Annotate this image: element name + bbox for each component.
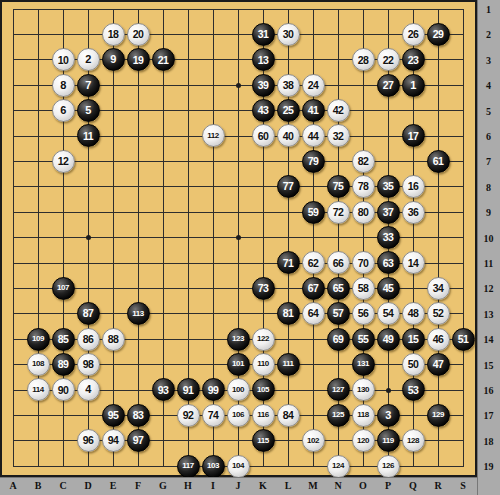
board-point-K3[interactable]: 13 <box>251 47 276 72</box>
board-point-P3[interactable]: 22 <box>376 47 401 72</box>
stone-white-90: 90 <box>52 378 75 401</box>
board-point-J16[interactable]: 100 <box>226 377 251 402</box>
board-point-D15[interactable]: 98 <box>76 352 101 377</box>
row-label-12: 12 <box>478 283 499 294</box>
board-point-K2[interactable]: 31 <box>251 22 276 47</box>
board-point-O14[interactable]: 55 <box>351 326 376 351</box>
move-number: 9 <box>110 54 116 65</box>
move-number: 56 <box>358 308 369 319</box>
row-label-19: 19 <box>478 461 499 472</box>
stone-white-114: 114 <box>27 378 50 401</box>
move-number: 38 <box>283 80 294 91</box>
board-point-D14[interactable]: 86 <box>76 326 101 351</box>
board-point-R14[interactable]: 46 <box>426 326 451 351</box>
board-point-M9[interactable]: 59 <box>301 199 326 224</box>
stone-black-91: 91 <box>177 378 200 401</box>
move-number: 93 <box>158 385 169 396</box>
stone-black-109: 109 <box>27 328 50 351</box>
move-number: 131 <box>357 360 369 368</box>
board-point-S14[interactable]: 51 <box>451 326 476 351</box>
move-number: 120 <box>357 437 369 445</box>
board-point-O17[interactable]: 118 <box>351 403 376 428</box>
board-point-L13[interactable]: 81 <box>276 301 301 326</box>
board-point-K5[interactable]: 43 <box>251 98 276 123</box>
stone-black-55: 55 <box>352 328 375 351</box>
board-point-F17[interactable]: 83 <box>126 403 151 428</box>
move-number: 99 <box>208 385 219 396</box>
board-point-E2[interactable]: 18 <box>101 22 126 47</box>
board-point-C5[interactable]: 6 <box>51 98 76 123</box>
stone-black-83: 83 <box>127 404 150 427</box>
stone-black-13: 13 <box>252 48 275 71</box>
stone-white-98: 98 <box>77 353 100 376</box>
move-number: 25 <box>283 105 294 116</box>
move-number: 117 <box>182 462 193 470</box>
stone-black-119: 119 <box>377 429 400 452</box>
stone-white-112: 112 <box>202 124 225 147</box>
board-point-H16[interactable]: 91 <box>176 377 201 402</box>
stone-white-8: 8 <box>52 74 75 97</box>
stone-black-47: 47 <box>427 353 450 376</box>
board-point-L4[interactable]: 38 <box>276 72 301 97</box>
board-point-Q6[interactable]: 17 <box>401 123 426 148</box>
move-number: 83 <box>133 410 144 421</box>
move-number: 118 <box>357 411 368 419</box>
row-label-6: 6 <box>478 131 499 142</box>
board-point-R15[interactable]: 47 <box>426 352 451 377</box>
move-number: 28 <box>358 55 369 66</box>
board-point-J15[interactable]: 101 <box>226 352 251 377</box>
move-number: 33 <box>383 232 394 243</box>
board-point-K6[interactable]: 60 <box>251 123 276 148</box>
move-number: 72 <box>333 207 344 218</box>
board-point-K16[interactable]: 105 <box>251 377 276 402</box>
board-point-R13[interactable]: 52 <box>426 301 451 326</box>
board-point-L8[interactable]: 77 <box>276 174 301 199</box>
stone-white-106: 106 <box>227 404 250 427</box>
stone-white-100: 100 <box>227 378 250 401</box>
board-point-M11[interactable]: 62 <box>301 250 326 275</box>
move-number: 130 <box>357 386 369 394</box>
board-point-C15[interactable]: 89 <box>51 352 76 377</box>
row-label-16: 16 <box>478 385 499 396</box>
move-number: 42 <box>333 105 344 116</box>
stone-black-111: 111 <box>277 353 300 376</box>
column-label-L: L <box>281 480 295 491</box>
move-number: 14 <box>408 258 419 269</box>
board-point-M18[interactable]: 102 <box>301 428 326 453</box>
move-number: 85 <box>58 334 69 345</box>
board-point-O13[interactable]: 56 <box>351 301 376 326</box>
board-point-L17[interactable]: 84 <box>276 403 301 428</box>
move-number: 107 <box>57 284 69 292</box>
stone-black-15: 15 <box>402 328 425 351</box>
stone-black-125: 125 <box>327 404 350 427</box>
stone-black-29: 29 <box>427 23 450 46</box>
move-number: 35 <box>383 181 394 192</box>
board-point-C16[interactable]: 90 <box>51 377 76 402</box>
move-number: 43 <box>258 105 269 116</box>
board-point-N11[interactable]: 66 <box>326 250 351 275</box>
board-point-R17[interactable]: 129 <box>426 403 451 428</box>
board-point-F18[interactable]: 97 <box>126 428 151 453</box>
stone-black-35: 35 <box>377 175 400 198</box>
board-point-N19[interactable]: 124 <box>326 453 351 478</box>
move-number: 55 <box>358 334 369 345</box>
stone-white-104: 104 <box>227 455 250 478</box>
move-number: 61 <box>433 156 444 167</box>
board-point-L11[interactable]: 71 <box>276 250 301 275</box>
stone-black-107: 107 <box>52 277 75 300</box>
move-number: 21 <box>158 55 169 66</box>
board-point-F13[interactable]: 113 <box>126 301 151 326</box>
board-point-Q9[interactable]: 36 <box>401 199 426 224</box>
stone-black-21: 21 <box>152 48 175 71</box>
board-point-P14[interactable]: 49 <box>376 326 401 351</box>
move-number: 46 <box>433 334 444 345</box>
stone-white-88: 88 <box>102 328 125 351</box>
board-point-P12[interactable]: 45 <box>376 276 401 301</box>
board-point-C7[interactable]: 12 <box>51 149 76 174</box>
board-point-G16[interactable]: 93 <box>151 377 176 402</box>
stone-black-19: 19 <box>127 48 150 71</box>
stone-black-127: 127 <box>327 378 350 401</box>
stone-white-6: 6 <box>52 99 75 122</box>
board-point-R2[interactable]: 29 <box>426 22 451 47</box>
stone-white-50: 50 <box>402 353 425 376</box>
move-number: 102 <box>307 437 319 445</box>
board-point-H17[interactable]: 92 <box>176 403 201 428</box>
stone-black-65: 65 <box>327 277 350 300</box>
move-number: 32 <box>333 131 344 142</box>
row-label-1: 1 <box>478 4 499 15</box>
board-point-Q15[interactable]: 50 <box>401 352 426 377</box>
move-number: 74 <box>208 410 219 421</box>
row-label-15: 15 <box>478 360 499 371</box>
move-number: 129 <box>432 411 444 419</box>
board-point-Q3[interactable]: 23 <box>401 47 426 72</box>
move-number: 54 <box>383 308 394 319</box>
board-point-D3[interactable]: 2 <box>76 47 101 72</box>
move-number: 19 <box>133 55 144 66</box>
stone-white-12: 12 <box>52 150 75 173</box>
move-number: 62 <box>308 258 319 269</box>
board-point-O3[interactable]: 28 <box>351 47 376 72</box>
move-number: 79 <box>308 156 319 167</box>
board-point-O18[interactable]: 120 <box>351 428 376 453</box>
stone-white-60: 60 <box>252 124 275 147</box>
column-label-F: F <box>131 480 145 491</box>
board-point-N12[interactable]: 65 <box>326 276 351 301</box>
board-point-C14[interactable]: 85 <box>51 326 76 351</box>
column-label-N: N <box>331 480 345 491</box>
board-point-P4[interactable]: 27 <box>376 72 401 97</box>
stone-white-18: 18 <box>102 23 125 46</box>
board-point-I17[interactable]: 74 <box>201 403 226 428</box>
move-number: 66 <box>333 258 344 269</box>
board-point-N6[interactable]: 32 <box>326 123 351 148</box>
board-point-H19[interactable]: 117 <box>176 453 201 478</box>
stone-white-110: 110 <box>252 353 275 376</box>
board-point-D18[interactable]: 96 <box>76 428 101 453</box>
move-number: 128 <box>407 437 419 445</box>
board-point-M13[interactable]: 64 <box>301 301 326 326</box>
move-number: 27 <box>383 80 394 91</box>
stone-black-95: 95 <box>102 404 125 427</box>
row-label-10: 10 <box>478 233 499 244</box>
move-number: 41 <box>308 105 319 116</box>
row-label-11: 11 <box>478 258 499 269</box>
stone-white-64: 64 <box>302 302 325 325</box>
board-point-D4[interactable]: 7 <box>76 72 101 97</box>
stone-black-75: 75 <box>327 175 350 198</box>
board-point-P10[interactable]: 33 <box>376 225 401 250</box>
board-point-K18[interactable]: 115 <box>251 428 276 453</box>
board-point-E17[interactable]: 95 <box>101 403 126 428</box>
stone-black-79: 79 <box>302 150 325 173</box>
move-number: 57 <box>333 308 344 319</box>
move-number: 127 <box>332 386 344 394</box>
stone-white-54: 54 <box>377 302 400 325</box>
move-number: 112 <box>207 132 218 140</box>
stone-white-130: 130 <box>352 378 375 401</box>
move-number: 109 <box>32 335 44 343</box>
board-point-M4[interactable]: 24 <box>301 72 326 97</box>
stone-white-120: 120 <box>352 429 375 452</box>
stone-white-56: 56 <box>352 302 375 325</box>
board-point-D5[interactable]: 5 <box>76 98 101 123</box>
board-point-Q18[interactable]: 128 <box>401 428 426 453</box>
stone-white-58: 58 <box>352 277 375 300</box>
move-number: 60 <box>258 131 269 142</box>
stone-black-87: 87 <box>77 302 100 325</box>
move-number: 49 <box>383 334 394 345</box>
stone-black-39: 39 <box>252 74 275 97</box>
board-point-K12[interactable]: 73 <box>251 276 276 301</box>
board-point-F2[interactable]: 20 <box>126 22 151 47</box>
move-number: 24 <box>308 80 319 91</box>
board-point-O15[interactable]: 131 <box>351 352 376 377</box>
stone-white-24: 24 <box>302 74 325 97</box>
move-number: 10 <box>58 55 69 66</box>
move-number: 8 <box>60 80 66 91</box>
move-number: 6 <box>60 105 66 116</box>
board-point-I19[interactable]: 103 <box>201 453 226 478</box>
stone-black-73: 73 <box>252 277 275 300</box>
board-point-M12[interactable]: 67 <box>301 276 326 301</box>
move-number: 69 <box>333 334 344 345</box>
move-number: 101 <box>232 360 244 368</box>
stone-white-94: 94 <box>102 429 125 452</box>
board-point-I6[interactable]: 112 <box>201 123 226 148</box>
board-point-P8[interactable]: 35 <box>376 174 401 199</box>
board-point-Q13[interactable]: 48 <box>401 301 426 326</box>
stone-black-37: 37 <box>377 201 400 224</box>
board-point-N16[interactable]: 127 <box>326 377 351 402</box>
board-point-B14[interactable]: 109 <box>26 326 51 351</box>
board-point-K17[interactable]: 116 <box>251 403 276 428</box>
move-number: 48 <box>408 308 419 319</box>
move-number: 88 <box>108 334 119 345</box>
board-point-D13[interactable]: 87 <box>76 301 101 326</box>
board-point-M7[interactable]: 79 <box>301 149 326 174</box>
board-point-P9[interactable]: 37 <box>376 199 401 224</box>
move-number: 18 <box>108 29 119 40</box>
stone-white-62: 62 <box>302 251 325 274</box>
board-point-I16[interactable]: 99 <box>201 377 226 402</box>
board-point-K15[interactable]: 110 <box>251 352 276 377</box>
move-number: 70 <box>358 258 369 269</box>
stone-black-131: 131 <box>352 353 375 376</box>
stone-black-129: 129 <box>427 404 450 427</box>
move-number: 98 <box>83 359 94 370</box>
board-point-D6[interactable]: 11 <box>76 123 101 148</box>
board-point-J14[interactable]: 123 <box>226 326 251 351</box>
board-point-P11[interactable]: 63 <box>376 250 401 275</box>
board-point-Q14[interactable]: 15 <box>401 326 426 351</box>
row-label-14: 14 <box>478 334 499 345</box>
stone-black-101: 101 <box>227 353 250 376</box>
board-point-Q4[interactable]: 1 <box>401 72 426 97</box>
board-point-R7[interactable]: 61 <box>426 149 451 174</box>
board-point-C3[interactable]: 10 <box>51 47 76 72</box>
board-point-Q2[interactable]: 26 <box>401 22 426 47</box>
column-label-H: H <box>181 480 195 491</box>
stone-black-69: 69 <box>327 328 350 351</box>
stone-black-25: 25 <box>277 99 300 122</box>
stone-white-122: 122 <box>252 328 275 351</box>
stone-black-89: 89 <box>52 353 75 376</box>
move-number: 31 <box>258 29 269 40</box>
column-label-E: E <box>106 480 120 491</box>
stone-black-23: 23 <box>402 48 425 71</box>
board-point-O12[interactable]: 58 <box>351 276 376 301</box>
stone-white-86: 86 <box>77 328 100 351</box>
board-point-N8[interactable]: 75 <box>326 174 351 199</box>
board-point-P17[interactable]: 3 <box>376 403 401 428</box>
stone-white-96: 96 <box>77 429 100 452</box>
stone-black-9: 9 <box>102 48 125 71</box>
board-point-B15[interactable]: 108 <box>26 352 51 377</box>
board-point-J19[interactable]: 104 <box>226 453 251 478</box>
move-number: 91 <box>183 385 194 396</box>
column-label-I: I <box>206 480 220 491</box>
board-point-L15[interactable]: 111 <box>276 352 301 377</box>
move-number: 11 <box>83 131 93 142</box>
board-point-O11[interactable]: 70 <box>351 250 376 275</box>
board-point-M5[interactable]: 41 <box>301 98 326 123</box>
stone-white-118: 118 <box>352 404 375 427</box>
move-number: 37 <box>383 207 394 218</box>
stone-white-22: 22 <box>377 48 400 71</box>
board-point-E14[interactable]: 88 <box>101 326 126 351</box>
move-number: 40 <box>283 131 294 142</box>
board-point-K14[interactable]: 122 <box>251 326 276 351</box>
stone-black-1: 1 <box>402 74 425 97</box>
move-number: 78 <box>358 181 369 192</box>
board-point-R12[interactable]: 34 <box>426 276 451 301</box>
board-point-O16[interactable]: 130 <box>351 377 376 402</box>
board-point-C4[interactable]: 8 <box>51 72 76 97</box>
board-point-B16[interactable]: 114 <box>26 377 51 402</box>
board-point-N17[interactable]: 125 <box>326 403 351 428</box>
move-number: 94 <box>108 435 119 446</box>
board-point-F3[interactable]: 19 <box>126 47 151 72</box>
board-point-G3[interactable]: 21 <box>151 47 176 72</box>
board-point-L2[interactable]: 30 <box>276 22 301 47</box>
move-number: 65 <box>333 283 344 294</box>
stone-white-30: 30 <box>277 23 300 46</box>
board-point-Q16[interactable]: 53 <box>401 377 426 402</box>
board-point-P13[interactable]: 54 <box>376 301 401 326</box>
board-point-P19[interactable]: 126 <box>376 453 401 478</box>
column-label-D: D <box>81 480 95 491</box>
move-number: 23 <box>408 55 419 66</box>
move-number: 80 <box>358 207 369 218</box>
stone-black-99: 99 <box>202 378 225 401</box>
board-point-Q11[interactable]: 14 <box>401 250 426 275</box>
board-point-N5[interactable]: 42 <box>326 98 351 123</box>
board-point-E3[interactable]: 9 <box>101 47 126 72</box>
board-point-N13[interactable]: 57 <box>326 301 351 326</box>
stone-white-126: 126 <box>377 455 400 478</box>
board-point-Q8[interactable]: 16 <box>401 174 426 199</box>
move-number: 34 <box>433 283 444 294</box>
go-kifu-screen: 1234567891011121314151617181920212223242… <box>0 0 500 495</box>
move-number: 39 <box>258 80 269 91</box>
stone-white-78: 78 <box>352 175 375 198</box>
stone-black-71: 71 <box>277 251 300 274</box>
move-number: 47 <box>433 359 444 370</box>
board-point-N9[interactable]: 72 <box>326 199 351 224</box>
board-point-P18[interactable]: 119 <box>376 428 401 453</box>
board-point-J17[interactable]: 106 <box>226 403 251 428</box>
move-number: 90 <box>58 385 69 396</box>
move-number: 116 <box>257 411 268 419</box>
board-point-C12[interactable]: 107 <box>51 276 76 301</box>
move-number: 20 <box>133 29 144 40</box>
board-point-L6[interactable]: 40 <box>276 123 301 148</box>
move-number: 22 <box>383 55 394 66</box>
stone-white-38: 38 <box>277 74 300 97</box>
stone-white-108: 108 <box>27 353 50 376</box>
board-point-O8[interactable]: 78 <box>351 174 376 199</box>
stone-white-26: 26 <box>402 23 425 46</box>
column-label-A: A <box>6 480 20 491</box>
stone-white-102: 102 <box>302 429 325 452</box>
move-number: 106 <box>232 411 244 419</box>
move-number: 115 <box>257 437 268 445</box>
move-number: 123 <box>232 335 244 343</box>
board-point-E18[interactable]: 94 <box>101 428 126 453</box>
board-point-O9[interactable]: 80 <box>351 199 376 224</box>
move-number: 119 <box>382 437 393 445</box>
stone-white-42: 42 <box>327 99 350 122</box>
board-point-M6[interactable]: 44 <box>301 123 326 148</box>
move-number: 36 <box>408 207 419 218</box>
move-number: 104 <box>232 462 244 470</box>
move-number: 81 <box>283 308 294 319</box>
board-point-D16[interactable]: 4 <box>76 377 101 402</box>
board-point-L5[interactable]: 25 <box>276 98 301 123</box>
board-point-K4[interactable]: 39 <box>251 72 276 97</box>
board-point-O7[interactable]: 82 <box>351 149 376 174</box>
stone-black-53: 53 <box>402 378 425 401</box>
move-number: 3 <box>385 410 391 421</box>
board-point-N14[interactable]: 69 <box>326 326 351 351</box>
stone-black-51: 51 <box>452 328 475 351</box>
stone-white-116: 116 <box>252 404 275 427</box>
